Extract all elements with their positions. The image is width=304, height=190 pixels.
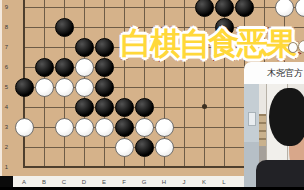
row-label-9: 9 (2, 4, 11, 10)
row-label-7: 7 (2, 44, 11, 50)
black-stone-E4 (95, 98, 114, 117)
black-stone-F3 (115, 118, 134, 137)
webcam-video (244, 84, 304, 188)
col-label-A: A (20, 179, 28, 185)
black-stone-L9 (215, 0, 234, 17)
col-label-K: K (200, 179, 208, 185)
white-stone-D6 (75, 58, 94, 77)
white-stone-E3 (95, 118, 114, 137)
black-stone-A5 (15, 78, 34, 97)
white-stone-F2 (115, 138, 134, 157)
white-stone-B5 (35, 78, 54, 97)
row-label-1: 1 (2, 164, 11, 170)
col-label-C: C (60, 179, 68, 185)
col-label-D: D (80, 179, 88, 185)
streamer-hair (269, 88, 304, 146)
white-stone-C3 (55, 118, 74, 137)
light-switch (248, 112, 256, 126)
col-label-E: E (100, 179, 108, 185)
col-label-F: F (120, 179, 128, 185)
video-frame: 987654321 ABCDEFGHJKL 白棋自食恶果 木尧官方 (0, 0, 304, 190)
row-label-2: 2 (2, 144, 11, 150)
black-stone-M9 (235, 0, 254, 17)
black-stone-E7 (95, 38, 114, 57)
col-label-J: J (180, 179, 188, 185)
row-label-5: 5 (2, 84, 11, 90)
left-edge-highlight (0, 0, 2, 176)
streamer-name-bar: 木尧官方 (244, 62, 304, 84)
black-stone-B6 (35, 58, 54, 77)
row-label-4: 4 (2, 104, 11, 110)
row-label-3: 3 (2, 124, 11, 130)
white-stone-H3 (155, 118, 174, 137)
white-stone-A3 (15, 118, 34, 137)
black-stone-C6 (55, 58, 74, 77)
black-stone-G2 (135, 138, 154, 157)
black-stone-G4 (135, 98, 154, 117)
star-point-K4 (202, 104, 207, 109)
bottom-black-bar (0, 187, 304, 190)
black-stone-D4 (75, 98, 94, 117)
white-stone-D5 (75, 78, 94, 97)
row-label-6: 6 (2, 64, 11, 70)
col-label-B: B (40, 179, 48, 185)
black-stone-L8 (215, 18, 234, 37)
white-stone-O9 (275, 0, 294, 17)
black-stone-E6 (95, 58, 114, 77)
col-label-G: G (140, 179, 148, 185)
white-stone-D3 (75, 118, 94, 137)
streamer-name: 木尧官方 (267, 68, 303, 79)
streamer-body (256, 160, 304, 188)
black-stone-E5 (95, 78, 114, 97)
row-label-8: 8 (2, 24, 11, 30)
black-stone-F4 (115, 98, 134, 117)
col-label-H: H (160, 179, 168, 185)
black-stone-C8 (55, 18, 74, 37)
col-label-L: L (220, 179, 228, 185)
white-stone-G3 (135, 118, 154, 137)
webcam-overlay: 木尧官方 (244, 62, 304, 188)
white-stone-C5 (55, 78, 74, 97)
white-stone-H2 (155, 138, 174, 157)
black-stone-K9 (195, 0, 214, 17)
black-stone-D7 (75, 38, 94, 57)
